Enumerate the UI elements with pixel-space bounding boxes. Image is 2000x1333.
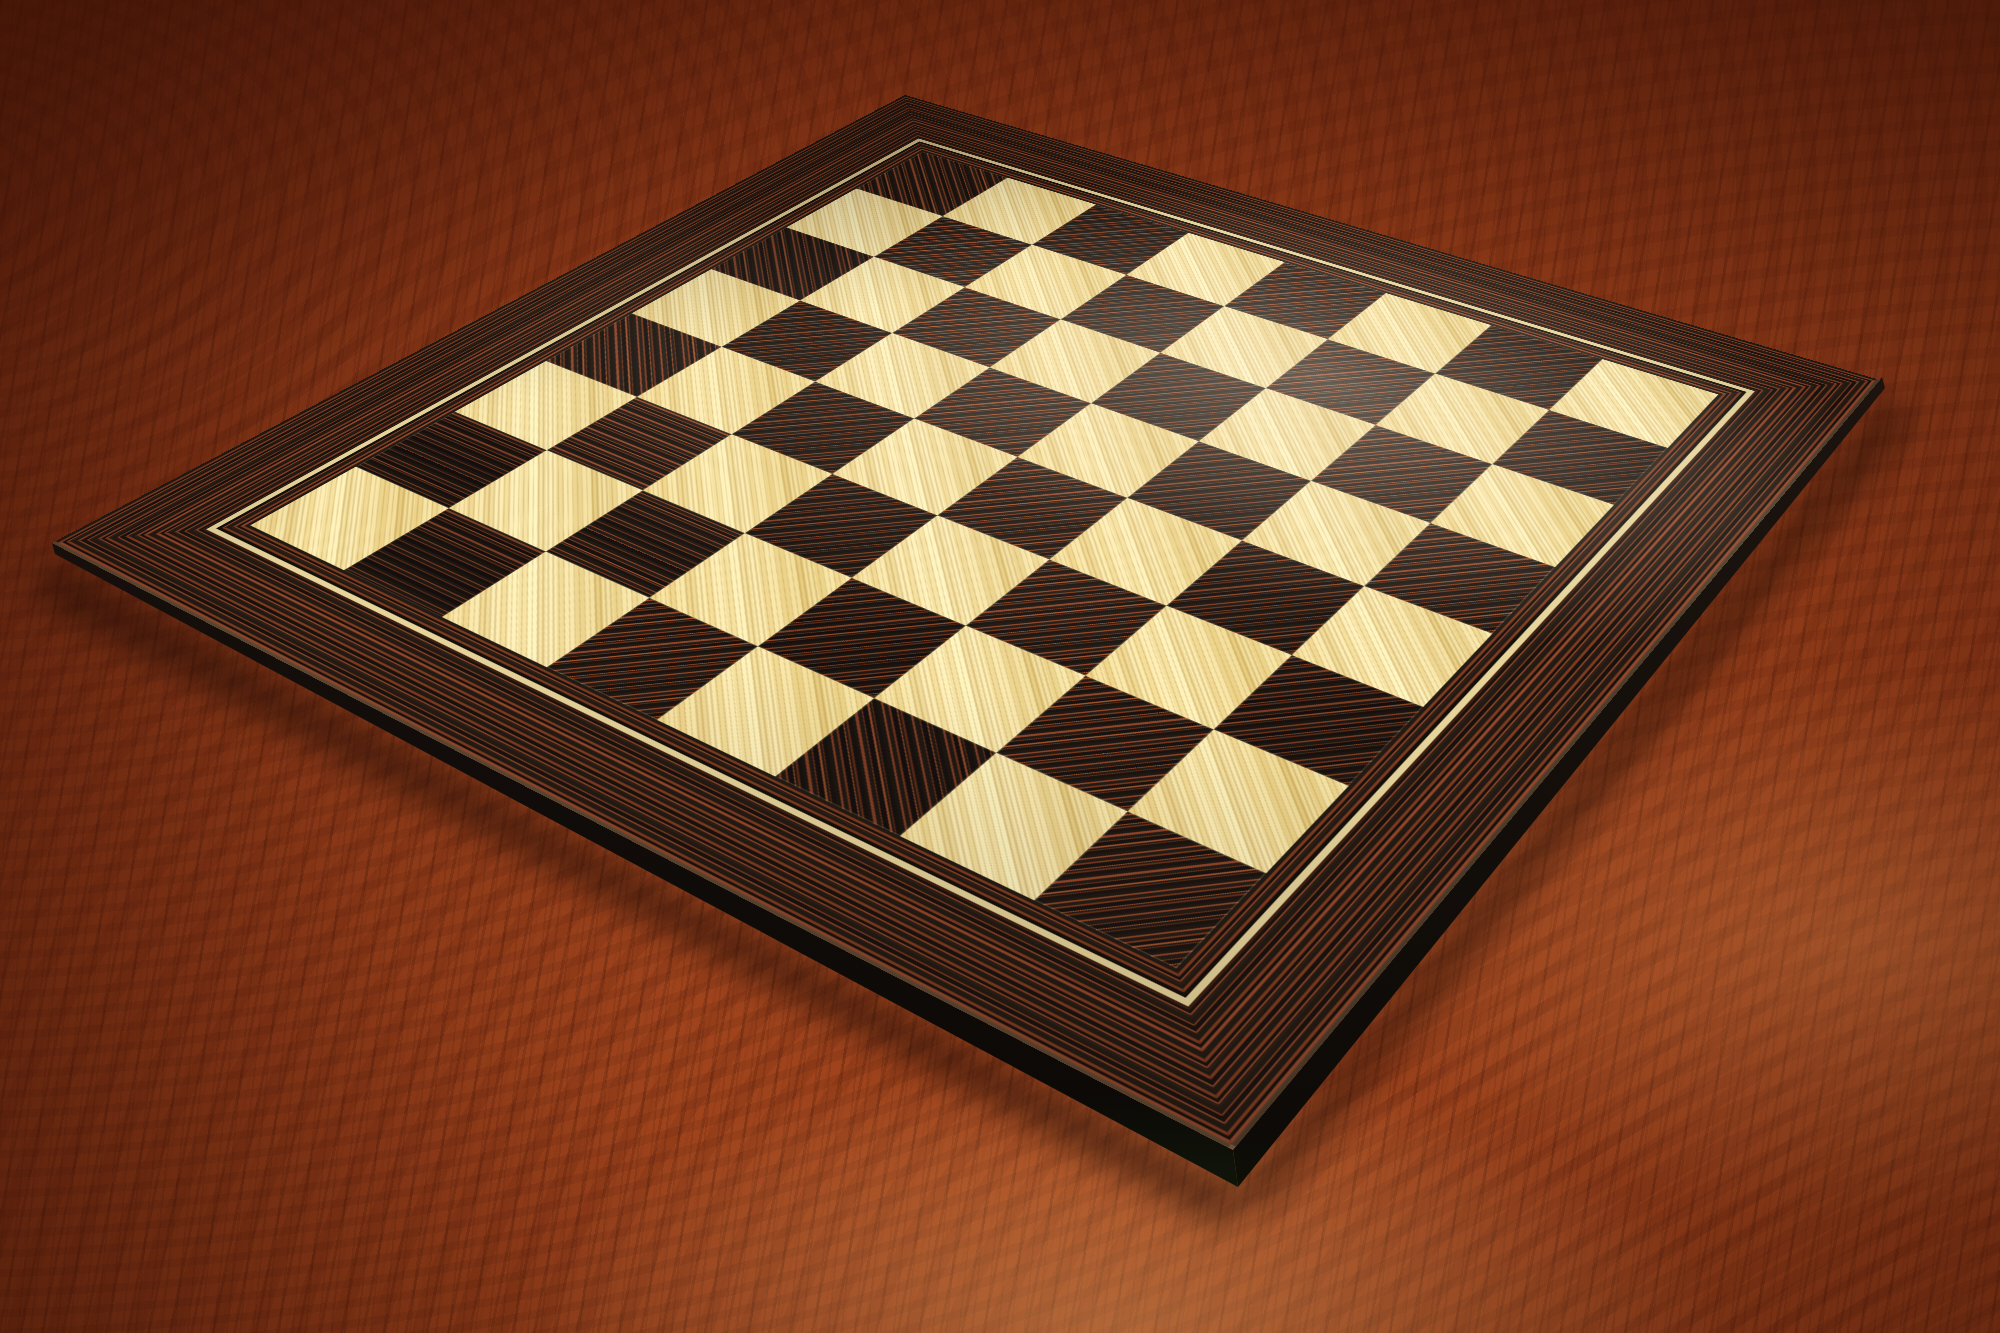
photo-scene: [0, 0, 2000, 1333]
